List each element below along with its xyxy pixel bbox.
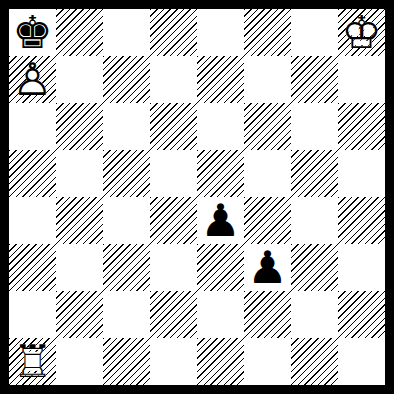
square-c1[interactable] bbox=[103, 338, 150, 385]
square-a7[interactable]: ♟♙ bbox=[9, 56, 56, 103]
square-g3[interactable] bbox=[291, 244, 338, 291]
square-h1[interactable] bbox=[338, 338, 385, 385]
square-b1[interactable] bbox=[56, 338, 103, 385]
square-d8[interactable] bbox=[150, 9, 197, 56]
black-pawn: ♟ bbox=[197, 197, 244, 244]
white-rook: ♜♖ bbox=[9, 338, 56, 385]
square-d6[interactable] bbox=[150, 103, 197, 150]
square-c3[interactable] bbox=[103, 244, 150, 291]
square-g8[interactable] bbox=[291, 9, 338, 56]
square-c4[interactable] bbox=[103, 197, 150, 244]
white-pawn-mask: ♟ bbox=[9, 56, 56, 103]
square-e3[interactable] bbox=[197, 244, 244, 291]
square-c5[interactable] bbox=[103, 150, 150, 197]
white-rook-glyph: ♖ bbox=[9, 338, 56, 385]
square-b4[interactable] bbox=[56, 197, 103, 244]
square-f5[interactable] bbox=[244, 150, 291, 197]
chess-board: ♚♚♔♟♙♟♟♜♖ bbox=[0, 0, 394, 394]
square-b6[interactable] bbox=[56, 103, 103, 150]
square-c7[interactable] bbox=[103, 56, 150, 103]
black-pawn-glyph: ♟ bbox=[244, 244, 291, 291]
square-e6[interactable] bbox=[197, 103, 244, 150]
square-d1[interactable] bbox=[150, 338, 197, 385]
square-h2[interactable] bbox=[338, 291, 385, 338]
square-b7[interactable] bbox=[56, 56, 103, 103]
square-e2[interactable] bbox=[197, 291, 244, 338]
square-c6[interactable] bbox=[103, 103, 150, 150]
square-b5[interactable] bbox=[56, 150, 103, 197]
square-g4[interactable] bbox=[291, 197, 338, 244]
square-f2[interactable] bbox=[244, 291, 291, 338]
square-d3[interactable] bbox=[150, 244, 197, 291]
square-a3[interactable] bbox=[9, 244, 56, 291]
square-b8[interactable] bbox=[56, 9, 103, 56]
square-f3[interactable]: ♟ bbox=[244, 244, 291, 291]
square-h5[interactable] bbox=[338, 150, 385, 197]
square-a1[interactable]: ♜♖ bbox=[9, 338, 56, 385]
square-g7[interactable] bbox=[291, 56, 338, 103]
square-h3[interactable] bbox=[338, 244, 385, 291]
black-king: ♚ bbox=[9, 9, 56, 56]
square-c2[interactable] bbox=[103, 291, 150, 338]
white-king-glyph: ♔ bbox=[338, 9, 385, 56]
square-d5[interactable] bbox=[150, 150, 197, 197]
square-b3[interactable] bbox=[56, 244, 103, 291]
square-g6[interactable] bbox=[291, 103, 338, 150]
square-e1[interactable] bbox=[197, 338, 244, 385]
black-pawn: ♟ bbox=[244, 244, 291, 291]
square-g2[interactable] bbox=[291, 291, 338, 338]
square-g1[interactable] bbox=[291, 338, 338, 385]
square-a5[interactable] bbox=[9, 150, 56, 197]
white-rook-mask: ♜ bbox=[9, 338, 56, 385]
white-king: ♚♔ bbox=[338, 9, 385, 56]
square-f4[interactable] bbox=[244, 197, 291, 244]
square-d7[interactable] bbox=[150, 56, 197, 103]
square-f1[interactable] bbox=[244, 338, 291, 385]
square-a2[interactable] bbox=[9, 291, 56, 338]
square-d2[interactable] bbox=[150, 291, 197, 338]
white-pawn-glyph: ♙ bbox=[9, 56, 56, 103]
square-d4[interactable] bbox=[150, 197, 197, 244]
square-h6[interactable] bbox=[338, 103, 385, 150]
square-h8[interactable]: ♚♔ bbox=[338, 9, 385, 56]
square-h4[interactable] bbox=[338, 197, 385, 244]
square-h7[interactable] bbox=[338, 56, 385, 103]
square-c8[interactable] bbox=[103, 9, 150, 56]
square-e7[interactable] bbox=[197, 56, 244, 103]
square-a8[interactable]: ♚ bbox=[9, 9, 56, 56]
black-king-glyph: ♚ bbox=[9, 9, 56, 56]
square-a4[interactable] bbox=[9, 197, 56, 244]
square-a6[interactable] bbox=[9, 103, 56, 150]
black-pawn-glyph: ♟ bbox=[197, 197, 244, 244]
square-e4[interactable]: ♟ bbox=[197, 197, 244, 244]
square-f7[interactable] bbox=[244, 56, 291, 103]
square-f8[interactable] bbox=[244, 9, 291, 56]
square-e8[interactable] bbox=[197, 9, 244, 56]
square-b2[interactable] bbox=[56, 291, 103, 338]
square-g5[interactable] bbox=[291, 150, 338, 197]
white-pawn: ♟♙ bbox=[9, 56, 56, 103]
square-f6[interactable] bbox=[244, 103, 291, 150]
square-e5[interactable] bbox=[197, 150, 244, 197]
white-king-mask: ♚ bbox=[338, 9, 385, 56]
